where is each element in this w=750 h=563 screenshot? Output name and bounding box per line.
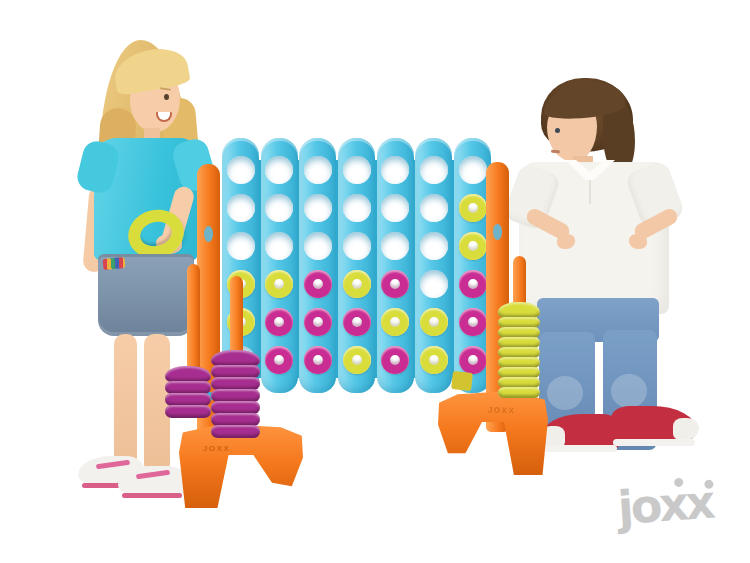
empty-hole bbox=[304, 232, 332, 260]
board-cell-r6c6 bbox=[415, 341, 452, 379]
board-cell-r1c3 bbox=[299, 151, 336, 189]
boy-left-hand-on-hip bbox=[557, 234, 575, 249]
board-cell-r4c4 bbox=[338, 265, 375, 303]
empty-hole bbox=[381, 156, 409, 184]
empty-hole bbox=[304, 194, 332, 222]
joxx-logo-text: joxx bbox=[616, 474, 714, 536]
boy-polo-placket bbox=[589, 180, 591, 204]
board-column-6 bbox=[415, 138, 452, 393]
empty-hole bbox=[227, 194, 255, 222]
yellow-storage-ring bbox=[498, 387, 540, 398]
board-cell-r3c5 bbox=[377, 227, 414, 265]
purple-storage-ring bbox=[211, 350, 260, 366]
board-cell-r2c3 bbox=[299, 189, 336, 227]
boy-mouth bbox=[551, 150, 560, 154]
yellow-storage-ring bbox=[498, 302, 540, 318]
board-cell-r6c4 bbox=[338, 341, 375, 379]
board-column-4 bbox=[338, 138, 375, 393]
board-cell-r4c5 bbox=[377, 265, 414, 303]
board-column-3 bbox=[299, 138, 336, 393]
yellow-disc bbox=[420, 308, 448, 336]
magenta-disc bbox=[343, 308, 371, 336]
empty-hole bbox=[343, 232, 371, 260]
empty-hole bbox=[343, 156, 371, 184]
board-cell-r1c2 bbox=[261, 151, 298, 189]
board-cell-r3c1 bbox=[222, 227, 259, 265]
empty-hole bbox=[227, 232, 255, 260]
magenta-disc bbox=[304, 308, 332, 336]
purple-storage-ring bbox=[211, 425, 260, 438]
board-cell-r1c5 bbox=[377, 151, 414, 189]
board-grid bbox=[222, 138, 491, 393]
board-cell-r3c3 bbox=[299, 227, 336, 265]
empty-hole bbox=[420, 156, 448, 184]
embossed-joxx-left: JOXX bbox=[203, 444, 230, 453]
joxx-logo: joxx bbox=[616, 472, 740, 544]
purple-storage-ring bbox=[165, 405, 211, 418]
right-upright-slot-hole bbox=[493, 224, 502, 240]
board-cell-r6c3 bbox=[299, 341, 336, 379]
board-cell-r4c2 bbox=[261, 265, 298, 303]
empty-hole bbox=[343, 194, 371, 222]
empty-hole bbox=[265, 194, 293, 222]
boy-right-sneaker bbox=[611, 406, 697, 446]
empty-hole bbox=[265, 232, 293, 260]
empty-hole bbox=[381, 232, 409, 260]
board-cell-r5c2 bbox=[261, 303, 298, 341]
board-cell-r4c6 bbox=[415, 265, 452, 303]
girl-shorts-embroidery bbox=[102, 257, 125, 270]
magenta-disc bbox=[459, 308, 487, 336]
storage-pole-left-back bbox=[187, 264, 200, 380]
empty-hole bbox=[304, 156, 332, 184]
magenta-disc bbox=[459, 346, 487, 374]
magenta-disc bbox=[381, 346, 409, 374]
board-column-5 bbox=[377, 138, 414, 393]
empty-hole bbox=[381, 194, 409, 222]
logo-dot bbox=[704, 479, 714, 489]
yellow-disc bbox=[459, 232, 487, 260]
empty-hole bbox=[459, 156, 487, 184]
board-cell-r1c6 bbox=[415, 151, 452, 189]
empty-hole bbox=[420, 194, 448, 222]
magenta-disc bbox=[459, 270, 487, 298]
board-cell-r2c1 bbox=[222, 189, 259, 227]
board-cell-r4c3 bbox=[299, 265, 336, 303]
magenta-disc bbox=[304, 270, 332, 298]
empty-hole bbox=[420, 270, 448, 298]
yellow-disc bbox=[343, 346, 371, 374]
board-cell-r1c1 bbox=[222, 151, 259, 189]
left-upright-slot-hole bbox=[204, 226, 213, 242]
yellow-disc bbox=[420, 346, 448, 374]
board-cell-r3c4 bbox=[338, 227, 375, 265]
purple-storage-ring bbox=[165, 366, 211, 382]
boy-eye bbox=[555, 128, 560, 133]
empty-hole bbox=[420, 232, 448, 260]
board-cell-r3c6 bbox=[415, 227, 452, 265]
scene: JOXX JOXX joxx bbox=[0, 0, 750, 563]
board-column-2 bbox=[261, 138, 298, 393]
magenta-disc bbox=[265, 346, 293, 374]
yellow-disc bbox=[265, 270, 293, 298]
purple-ring-stack-back bbox=[165, 367, 211, 418]
girl-eye bbox=[164, 94, 169, 100]
disc-release-tab bbox=[451, 371, 473, 391]
board-cell-r5c3 bbox=[299, 303, 336, 341]
board-cell-r2c2 bbox=[261, 189, 298, 227]
board-cell-r1c4 bbox=[338, 151, 375, 189]
boy-left-sneaker bbox=[541, 414, 619, 452]
magenta-disc bbox=[265, 308, 293, 336]
board-cell-r5c6 bbox=[415, 303, 452, 341]
empty-hole bbox=[265, 156, 293, 184]
yellow-ring-stack bbox=[498, 303, 540, 398]
board-cell-r5c4 bbox=[338, 303, 375, 341]
board-cell-r2c5 bbox=[377, 189, 414, 227]
boy-right-hand-on-hip bbox=[629, 234, 647, 249]
yellow-disc bbox=[459, 194, 487, 222]
yellow-disc bbox=[343, 270, 371, 298]
connect-four-board bbox=[222, 138, 492, 395]
board-cell-r6c2 bbox=[261, 341, 298, 379]
board-cell-r5c5 bbox=[377, 303, 414, 341]
yellow-disc bbox=[381, 308, 409, 336]
board-cell-r6c5 bbox=[377, 341, 414, 379]
board-cell-r2c4 bbox=[338, 189, 375, 227]
embossed-joxx-right: JOXX bbox=[488, 406, 516, 416]
girl-left-leg bbox=[114, 334, 137, 470]
magenta-disc bbox=[381, 270, 409, 298]
purple-ring-stack-front bbox=[211, 351, 260, 438]
magenta-disc bbox=[304, 346, 332, 374]
board-cell-r2c6 bbox=[415, 189, 452, 227]
board-cell-r3c2 bbox=[261, 227, 298, 265]
frame-right-foot: JOXX bbox=[438, 391, 548, 475]
girl-right-shoe bbox=[118, 466, 186, 498]
empty-hole bbox=[227, 156, 255, 184]
